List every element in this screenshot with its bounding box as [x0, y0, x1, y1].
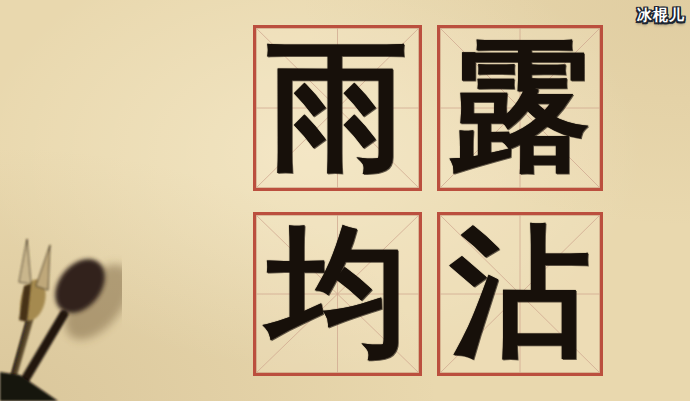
brush-tip-left — [19, 239, 31, 284]
calligraphy-char-yu: 雨 — [268, 35, 408, 175]
watermark: 冰棍儿 — [637, 6, 685, 25]
calligraphy-char-jun: 均 — [268, 221, 408, 361]
brush-tip-right — [36, 245, 50, 290]
calligraphy-char-zhan: 沾 — [450, 221, 590, 361]
calligraphy-brushes — [0, 228, 122, 401]
cell-jun: 均 — [253, 212, 422, 376]
cell-lu: 露 — [437, 25, 603, 191]
calligraphy-scene: 雨 露 均 — [0, 0, 690, 401]
cell-yu: 雨 — [253, 25, 422, 191]
cell-zhan: 沾 — [437, 212, 603, 376]
calligraphy-char-lu: 露 — [450, 35, 590, 175]
practice-grid: 雨 露 均 — [253, 25, 603, 376]
